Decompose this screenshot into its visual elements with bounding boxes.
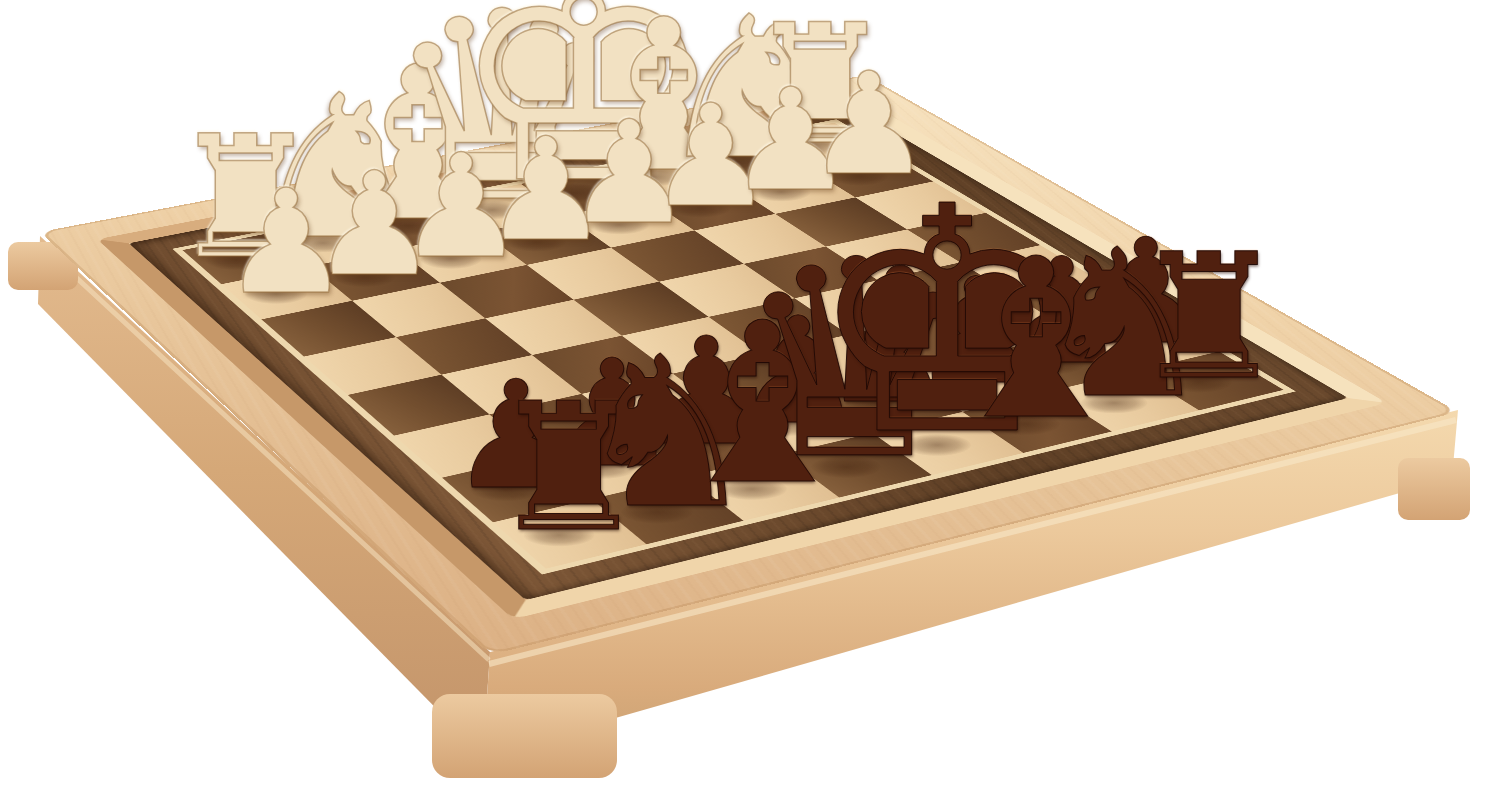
- board-foot-near: [432, 694, 617, 778]
- chess-set-photo: ♜♞♝♛♚♝♞♜♟♟♟♟♟♟♟♟♟♟♟♟♟♟♟♟♜♞♝♛♚♝♞♜: [0, 0, 1500, 786]
- black-rook-h8[interactable]: ♜: [1131, 231, 1286, 404]
- board-foot-right: [1398, 458, 1470, 520]
